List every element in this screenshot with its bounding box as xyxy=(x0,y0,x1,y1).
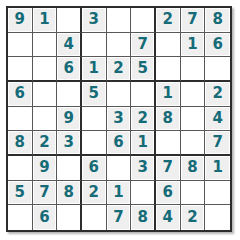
cell-r7c2[interactable]: 9 xyxy=(33,156,58,181)
cell-r2c2[interactable] xyxy=(33,33,58,58)
cell-r9c1[interactable] xyxy=(8,205,33,230)
cell-r5c5[interactable]: 3 xyxy=(107,107,132,132)
cell-r1c9[interactable]: 8 xyxy=(205,8,230,33)
cell-r2c3[interactable]: 4 xyxy=(57,33,82,58)
cell-r2c1[interactable] xyxy=(8,33,33,58)
cell-r9c8[interactable]: 2 xyxy=(181,205,206,230)
cell-r8c4[interactable]: 2 xyxy=(82,181,107,206)
cell-r7c1[interactable] xyxy=(8,156,33,181)
cell-r2c8[interactable]: 1 xyxy=(181,33,206,58)
cell-r2c4[interactable] xyxy=(82,33,107,58)
cell-r6c9[interactable]: 7 xyxy=(205,131,230,156)
cell-r2c9[interactable]: 6 xyxy=(205,33,230,58)
cell-r6c2[interactable]: 2 xyxy=(33,131,58,156)
sudoku-board: 9132784716612565129328482361796378157821… xyxy=(6,6,232,232)
cell-r2c7[interactable] xyxy=(156,33,181,58)
cell-r5c2[interactable] xyxy=(33,107,58,132)
cell-r8c8[interactable] xyxy=(181,181,206,206)
cell-r5c7[interactable]: 8 xyxy=(156,107,181,132)
cell-r4c4[interactable]: 5 xyxy=(82,82,107,107)
cell-r1c1[interactable]: 9 xyxy=(8,8,33,33)
cell-r3c8[interactable] xyxy=(181,57,206,82)
cell-r4c8[interactable] xyxy=(181,82,206,107)
cell-r7c7[interactable]: 7 xyxy=(156,156,181,181)
cell-r5c9[interactable]: 4 xyxy=(205,107,230,132)
cell-r8c5[interactable]: 1 xyxy=(107,181,132,206)
cell-r7c4[interactable]: 6 xyxy=(82,156,107,181)
cell-r4c5[interactable] xyxy=(107,82,132,107)
cell-r8c7[interactable]: 6 xyxy=(156,181,181,206)
cell-r7c9[interactable]: 1 xyxy=(205,156,230,181)
cell-r2c6[interactable]: 7 xyxy=(131,33,156,58)
cell-r7c6[interactable]: 3 xyxy=(131,156,156,181)
cell-r2c5[interactable] xyxy=(107,33,132,58)
cell-r1c3[interactable] xyxy=(57,8,82,33)
cell-r3c2[interactable] xyxy=(33,57,58,82)
cell-r4c9[interactable]: 2 xyxy=(205,82,230,107)
cell-r3c9[interactable] xyxy=(205,57,230,82)
cell-r9c2[interactable]: 6 xyxy=(33,205,58,230)
cell-r3c5[interactable]: 2 xyxy=(107,57,132,82)
cell-r5c4[interactable] xyxy=(82,107,107,132)
cell-r8c6[interactable] xyxy=(131,181,156,206)
cell-r3c3[interactable]: 6 xyxy=(57,57,82,82)
cell-r6c5[interactable]: 6 xyxy=(107,131,132,156)
cell-r5c8[interactable] xyxy=(181,107,206,132)
cell-r6c8[interactable] xyxy=(181,131,206,156)
cell-r4c6[interactable] xyxy=(131,82,156,107)
cell-r9c7[interactable]: 4 xyxy=(156,205,181,230)
cell-r6c1[interactable]: 8 xyxy=(8,131,33,156)
cell-r8c3[interactable]: 8 xyxy=(57,181,82,206)
cell-r5c3[interactable]: 9 xyxy=(57,107,82,132)
cell-r4c3[interactable] xyxy=(57,82,82,107)
cell-r7c8[interactable]: 8 xyxy=(181,156,206,181)
cell-r9c4[interactable] xyxy=(82,205,107,230)
cell-r3c6[interactable]: 5 xyxy=(131,57,156,82)
cell-r6c7[interactable] xyxy=(156,131,181,156)
cell-r1c4[interactable]: 3 xyxy=(82,8,107,33)
cell-r1c5[interactable] xyxy=(107,8,132,33)
cell-r6c6[interactable]: 1 xyxy=(131,131,156,156)
cell-r8c9[interactable] xyxy=(205,181,230,206)
cell-r7c5[interactable] xyxy=(107,156,132,181)
cell-r6c3[interactable]: 3 xyxy=(57,131,82,156)
cell-r3c7[interactable] xyxy=(156,57,181,82)
cell-r8c1[interactable]: 5 xyxy=(8,181,33,206)
cell-r7c3[interactable] xyxy=(57,156,82,181)
cell-r1c2[interactable]: 1 xyxy=(33,8,58,33)
cell-r1c8[interactable]: 7 xyxy=(181,8,206,33)
cell-r9c3[interactable] xyxy=(57,205,82,230)
cell-r9c5[interactable]: 7 xyxy=(107,205,132,230)
cell-r6c4[interactable] xyxy=(82,131,107,156)
cell-r4c2[interactable] xyxy=(33,82,58,107)
cell-r5c1[interactable] xyxy=(8,107,33,132)
cell-r3c4[interactable]: 1 xyxy=(82,57,107,82)
cell-r1c6[interactable] xyxy=(131,8,156,33)
cell-r4c1[interactable]: 6 xyxy=(8,82,33,107)
cell-r3c1[interactable] xyxy=(8,57,33,82)
cell-r9c9[interactable] xyxy=(205,205,230,230)
cell-r5c6[interactable]: 2 xyxy=(131,107,156,132)
cell-r9c6[interactable]: 8 xyxy=(131,205,156,230)
cell-r4c7[interactable]: 1 xyxy=(156,82,181,107)
cell-r1c7[interactable]: 2 xyxy=(156,8,181,33)
cell-r8c2[interactable]: 7 xyxy=(33,181,58,206)
